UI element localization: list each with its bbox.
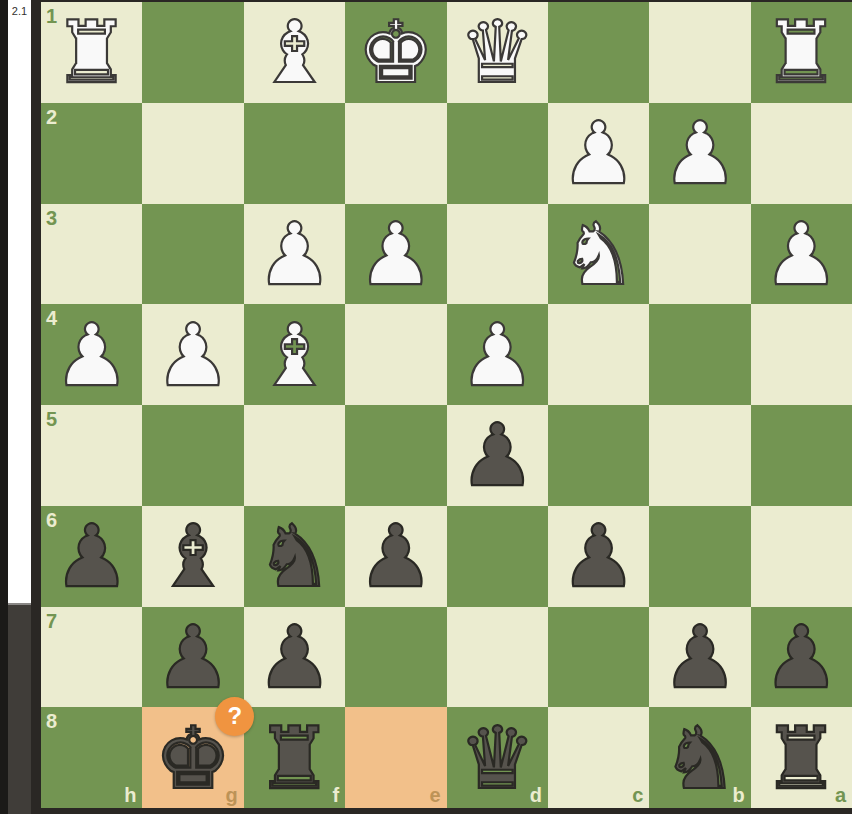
evaluation-bar[interactable]: 2.1 <box>8 0 31 814</box>
piece-black-pawn[interactable]: ♟ <box>244 607 345 708</box>
square-c6[interactable]: ♟ <box>548 506 649 607</box>
rank-label-5: 5 <box>46 409 57 429</box>
square-b5[interactable] <box>649 405 750 506</box>
square-a4[interactable] <box>751 304 852 405</box>
square-c2[interactable]: ♟ <box>548 103 649 204</box>
square-a5[interactable] <box>751 405 852 506</box>
file-label-c: c <box>632 785 643 805</box>
piece-white-rook[interactable]: ♜ <box>41 2 142 103</box>
square-e8[interactable]: e <box>345 707 446 808</box>
evaluation-score: 2.1 <box>8 5 31 17</box>
window-edge <box>0 0 8 814</box>
rank-label-3: 3 <box>46 208 57 228</box>
piece-black-queen[interactable]: ♛ <box>447 707 548 808</box>
square-e3[interactable]: ♟ <box>345 204 446 305</box>
square-c7[interactable] <box>548 607 649 708</box>
square-h4[interactable]: 4♟ <box>41 304 142 405</box>
piece-black-rook[interactable]: ♜ <box>244 707 345 808</box>
mistake-badge: ? <box>215 697 254 736</box>
piece-black-pawn[interactable]: ♟ <box>142 607 243 708</box>
square-e7[interactable] <box>345 607 446 708</box>
square-f1[interactable]: ♝ <box>244 2 345 103</box>
square-g2[interactable] <box>142 103 243 204</box>
square-e4[interactable] <box>345 304 446 405</box>
evaluation-bar-white-section: 2.1 <box>8 0 31 605</box>
square-g6[interactable]: ♝ <box>142 506 243 607</box>
square-e6[interactable]: ♟ <box>345 506 446 607</box>
piece-white-knight[interactable]: ♞ <box>548 204 649 305</box>
rank-label-8: 8 <box>46 711 57 731</box>
square-a2[interactable] <box>751 103 852 204</box>
square-b7[interactable]: ♟ <box>649 607 750 708</box>
piece-black-knight[interactable]: ♞ <box>244 506 345 607</box>
file-label-e: e <box>429 785 440 805</box>
square-c8[interactable]: c <box>548 707 649 808</box>
square-b6[interactable] <box>649 506 750 607</box>
square-b1[interactable] <box>649 2 750 103</box>
square-d2[interactable] <box>447 103 548 204</box>
square-d1[interactable]: ♛ <box>447 2 548 103</box>
square-d7[interactable] <box>447 607 548 708</box>
square-e5[interactable] <box>345 405 446 506</box>
question-mark-icon: ? <box>227 704 242 728</box>
square-d4[interactable]: ♟ <box>447 304 548 405</box>
piece-white-rook[interactable]: ♜ <box>751 2 852 103</box>
square-g5[interactable] <box>142 405 243 506</box>
rank-label-7: 7 <box>46 611 57 631</box>
piece-white-pawn[interactable]: ♟ <box>548 103 649 204</box>
square-f8[interactable]: f♜ <box>244 707 345 808</box>
square-a1[interactable]: ♜ <box>751 2 852 103</box>
square-a8[interactable]: a♜ <box>751 707 852 808</box>
square-g1[interactable] <box>142 2 243 103</box>
square-h6[interactable]: 6♟ <box>41 506 142 607</box>
piece-black-bishop[interactable]: ♝ <box>142 506 243 607</box>
piece-white-bishop[interactable]: ♝ <box>244 304 345 405</box>
square-f2[interactable] <box>244 103 345 204</box>
piece-black-knight[interactable]: ♞ <box>649 707 750 808</box>
piece-black-rook[interactable]: ♜ <box>751 707 852 808</box>
square-d8[interactable]: d♛ <box>447 707 548 808</box>
piece-white-pawn[interactable]: ♟ <box>345 204 446 305</box>
square-h2[interactable]: 2 <box>41 103 142 204</box>
piece-white-pawn[interactable]: ♟ <box>41 304 142 405</box>
square-e1[interactable]: ♚ <box>345 2 446 103</box>
square-f4[interactable]: ♝ <box>244 304 345 405</box>
square-h5[interactable]: 5 <box>41 405 142 506</box>
square-c5[interactable] <box>548 405 649 506</box>
square-g7[interactable]: ♟ <box>142 607 243 708</box>
square-h3[interactable]: 3 <box>41 204 142 305</box>
square-d6[interactable] <box>447 506 548 607</box>
square-h8[interactable]: 8h <box>41 707 142 808</box>
piece-black-pawn[interactable]: ♟ <box>548 506 649 607</box>
rank-label-2: 2 <box>46 107 57 127</box>
square-d5[interactable]: ♟ <box>447 405 548 506</box>
square-b8[interactable]: b♞ <box>649 707 750 808</box>
piece-white-pawn[interactable]: ♟ <box>142 304 243 405</box>
file-label-h: h <box>124 785 136 805</box>
piece-black-pawn[interactable]: ♟ <box>751 607 852 708</box>
square-g4[interactable]: ♟ <box>142 304 243 405</box>
piece-white-pawn[interactable]: ♟ <box>447 304 548 405</box>
piece-black-pawn[interactable]: ♟ <box>649 607 750 708</box>
square-a3[interactable]: ♟ <box>751 204 852 305</box>
square-f7[interactable]: ♟ <box>244 607 345 708</box>
square-f6[interactable]: ♞ <box>244 506 345 607</box>
square-f5[interactable] <box>244 405 345 506</box>
square-c1[interactable] <box>548 2 649 103</box>
square-c4[interactable] <box>548 304 649 405</box>
piece-white-pawn[interactable]: ♟ <box>649 103 750 204</box>
square-b3[interactable] <box>649 204 750 305</box>
analysis-screen: 2.1 1♜♝♚♛♜2♟♟3♟♟♞♟4♟♟♝♟5♟6♟♝♞♟♟7♟♟♟♟8hg♚… <box>0 0 852 814</box>
piece-black-pawn[interactable]: ♟ <box>447 405 548 506</box>
piece-white-king[interactable]: ♚ <box>345 2 446 103</box>
square-a6[interactable] <box>751 506 852 607</box>
square-c3[interactable]: ♞ <box>548 204 649 305</box>
piece-black-pawn[interactable]: ♟ <box>41 506 142 607</box>
piece-white-queen[interactable]: ♛ <box>447 2 548 103</box>
piece-white-pawn[interactable]: ♟ <box>751 204 852 305</box>
piece-white-pawn[interactable]: ♟ <box>244 204 345 305</box>
square-g3[interactable] <box>142 204 243 305</box>
square-a7[interactable]: ♟ <box>751 607 852 708</box>
square-e2[interactable] <box>345 103 446 204</box>
piece-white-bishop[interactable]: ♝ <box>244 2 345 103</box>
chess-board: 1♜♝♚♛♜2♟♟3♟♟♞♟4♟♟♝♟5♟6♟♝♞♟♟7♟♟♟♟8hg♚f♜ed… <box>41 2 852 808</box>
piece-black-pawn[interactable]: ♟ <box>345 506 446 607</box>
square-b2[interactable]: ♟ <box>649 103 750 204</box>
square-d3[interactable] <box>447 204 548 305</box>
square-b4[interactable] <box>649 304 750 405</box>
square-f3[interactable]: ♟ <box>244 204 345 305</box>
square-h1[interactable]: 1♜ <box>41 2 142 103</box>
square-h7[interactable]: 7 <box>41 607 142 708</box>
